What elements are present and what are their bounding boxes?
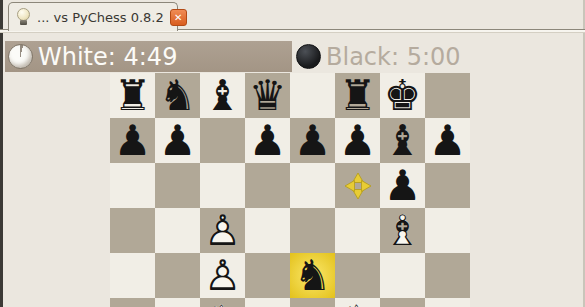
black-piece-n-e4[interactable]: ♞	[294, 255, 332, 297]
square-c5[interactable]: ♟♙	[200, 208, 245, 253]
black-clock: Black: 5:00	[296, 41, 461, 72]
square-e4[interactable]: ♞	[290, 253, 335, 298]
pychess-window: ... vs PyChess 0.8.2 ✕ White: 4:49 Black…	[0, 0, 585, 307]
square-a8[interactable]: ♜	[110, 73, 155, 118]
square-d4[interactable]	[245, 253, 290, 298]
white-clock-pie-icon	[8, 44, 33, 69]
square-g7[interactable]: ♝	[380, 118, 425, 163]
white-piece-b-g5[interactable]: ♝♗	[384, 210, 422, 252]
black-piece-p-h7[interactable]: ♟	[429, 120, 467, 162]
square-g8[interactable]: ♚	[380, 73, 425, 118]
black-piece-p-b7[interactable]: ♟	[159, 120, 197, 162]
square-e5[interactable]	[290, 208, 335, 253]
black-piece-k-g8[interactable]: ♚	[384, 75, 422, 117]
tab-title: ... vs PyChess 0.8.2	[37, 10, 164, 25]
black-piece-r-a8[interactable]: ♜	[114, 75, 152, 117]
square-g6[interactable]: ♟	[380, 163, 425, 208]
square-c4[interactable]: ♟♙	[200, 253, 245, 298]
square-h8[interactable]	[425, 73, 470, 118]
white-clock-label: White: 4:49	[38, 43, 177, 71]
clock-bar: White: 4:49 Black: 5:00	[0, 41, 585, 72]
black-piece-p-e7[interactable]: ♟	[294, 120, 332, 162]
square-h5[interactable]	[425, 208, 470, 253]
close-icon[interactable]: ✕	[170, 9, 187, 26]
white-piece-n-c3[interactable]: ♞♘	[204, 300, 242, 307]
white-piece-p-c5[interactable]: ♟♙	[204, 210, 242, 252]
square-e8[interactable]	[290, 73, 335, 118]
square-b4[interactable]	[155, 253, 200, 298]
tab-bar: ... vs PyChess 0.8.2 ✕	[0, 0, 585, 31]
square-d3[interactable]	[245, 298, 290, 307]
black-piece-q-d8[interactable]: ♛	[249, 75, 287, 117]
black-piece-b-g7[interactable]: ♝	[384, 120, 422, 162]
square-f3[interactable]: ♞♘	[335, 298, 380, 307]
lightbulb-icon	[16, 8, 31, 26]
square-h4[interactable]	[425, 253, 470, 298]
square-h6[interactable]	[425, 163, 470, 208]
square-h7[interactable]: ♟	[425, 118, 470, 163]
white-clock: White: 4:49	[5, 41, 292, 72]
square-b5[interactable]	[155, 208, 200, 253]
square-e6[interactable]	[290, 163, 335, 208]
square-b7[interactable]: ♟	[155, 118, 200, 163]
square-a6[interactable]	[110, 163, 155, 208]
white-piece-n-f3[interactable]: ♞♘	[339, 300, 377, 307]
square-g5[interactable]: ♝♗	[380, 208, 425, 253]
square-c8[interactable]: ♝	[200, 73, 245, 118]
square-f4[interactable]	[335, 253, 380, 298]
black-piece-p-f7[interactable]: ♟	[339, 120, 377, 162]
square-g3[interactable]	[380, 298, 425, 307]
square-f8[interactable]: ♜	[335, 73, 380, 118]
white-piece-p-c4[interactable]: ♟♙	[204, 255, 242, 297]
move-origin-marker	[343, 171, 373, 201]
black-clock-pie-icon	[296, 44, 321, 69]
square-d7[interactable]: ♟	[245, 118, 290, 163]
square-a7[interactable]: ♟	[110, 118, 155, 163]
square-d5[interactable]	[245, 208, 290, 253]
square-g4[interactable]	[380, 253, 425, 298]
square-c7[interactable]	[200, 118, 245, 163]
square-f6[interactable]	[335, 163, 380, 208]
square-h3[interactable]	[425, 298, 470, 307]
black-piece-p-d7[interactable]: ♟	[249, 120, 287, 162]
game-tab[interactable]: ... vs PyChess 0.8.2 ✕	[8, 2, 178, 31]
square-c6[interactable]	[200, 163, 245, 208]
black-piece-b-c8[interactable]: ♝	[204, 75, 242, 117]
square-c3[interactable]: ♞♘	[200, 298, 245, 307]
square-f7[interactable]: ♟	[335, 118, 380, 163]
square-e7[interactable]: ♟	[290, 118, 335, 163]
square-b8[interactable]: ♞	[155, 73, 200, 118]
black-piece-p-a7[interactable]: ♟	[114, 120, 152, 162]
square-d6[interactable]	[245, 163, 290, 208]
black-piece-n-b8[interactable]: ♞	[159, 75, 197, 117]
black-clock-label: Black: 5:00	[326, 43, 461, 71]
square-b6[interactable]	[155, 163, 200, 208]
chess-board: ♜♞♝♛♜♚♟♟♟♟♟♝♟♟♟♙♝♗♟♙♞♞♘♞♘	[110, 73, 470, 307]
tabbar-groove-shadow	[0, 32, 585, 33]
square-a3[interactable]	[110, 298, 155, 307]
square-f5[interactable]	[335, 208, 380, 253]
square-b3[interactable]	[155, 298, 200, 307]
black-piece-r-f8[interactable]: ♜	[339, 75, 377, 117]
square-d8[interactable]: ♛	[245, 73, 290, 118]
black-piece-p-g6[interactable]: ♟	[384, 165, 422, 207]
square-a5[interactable]	[110, 208, 155, 253]
square-a4[interactable]	[110, 253, 155, 298]
